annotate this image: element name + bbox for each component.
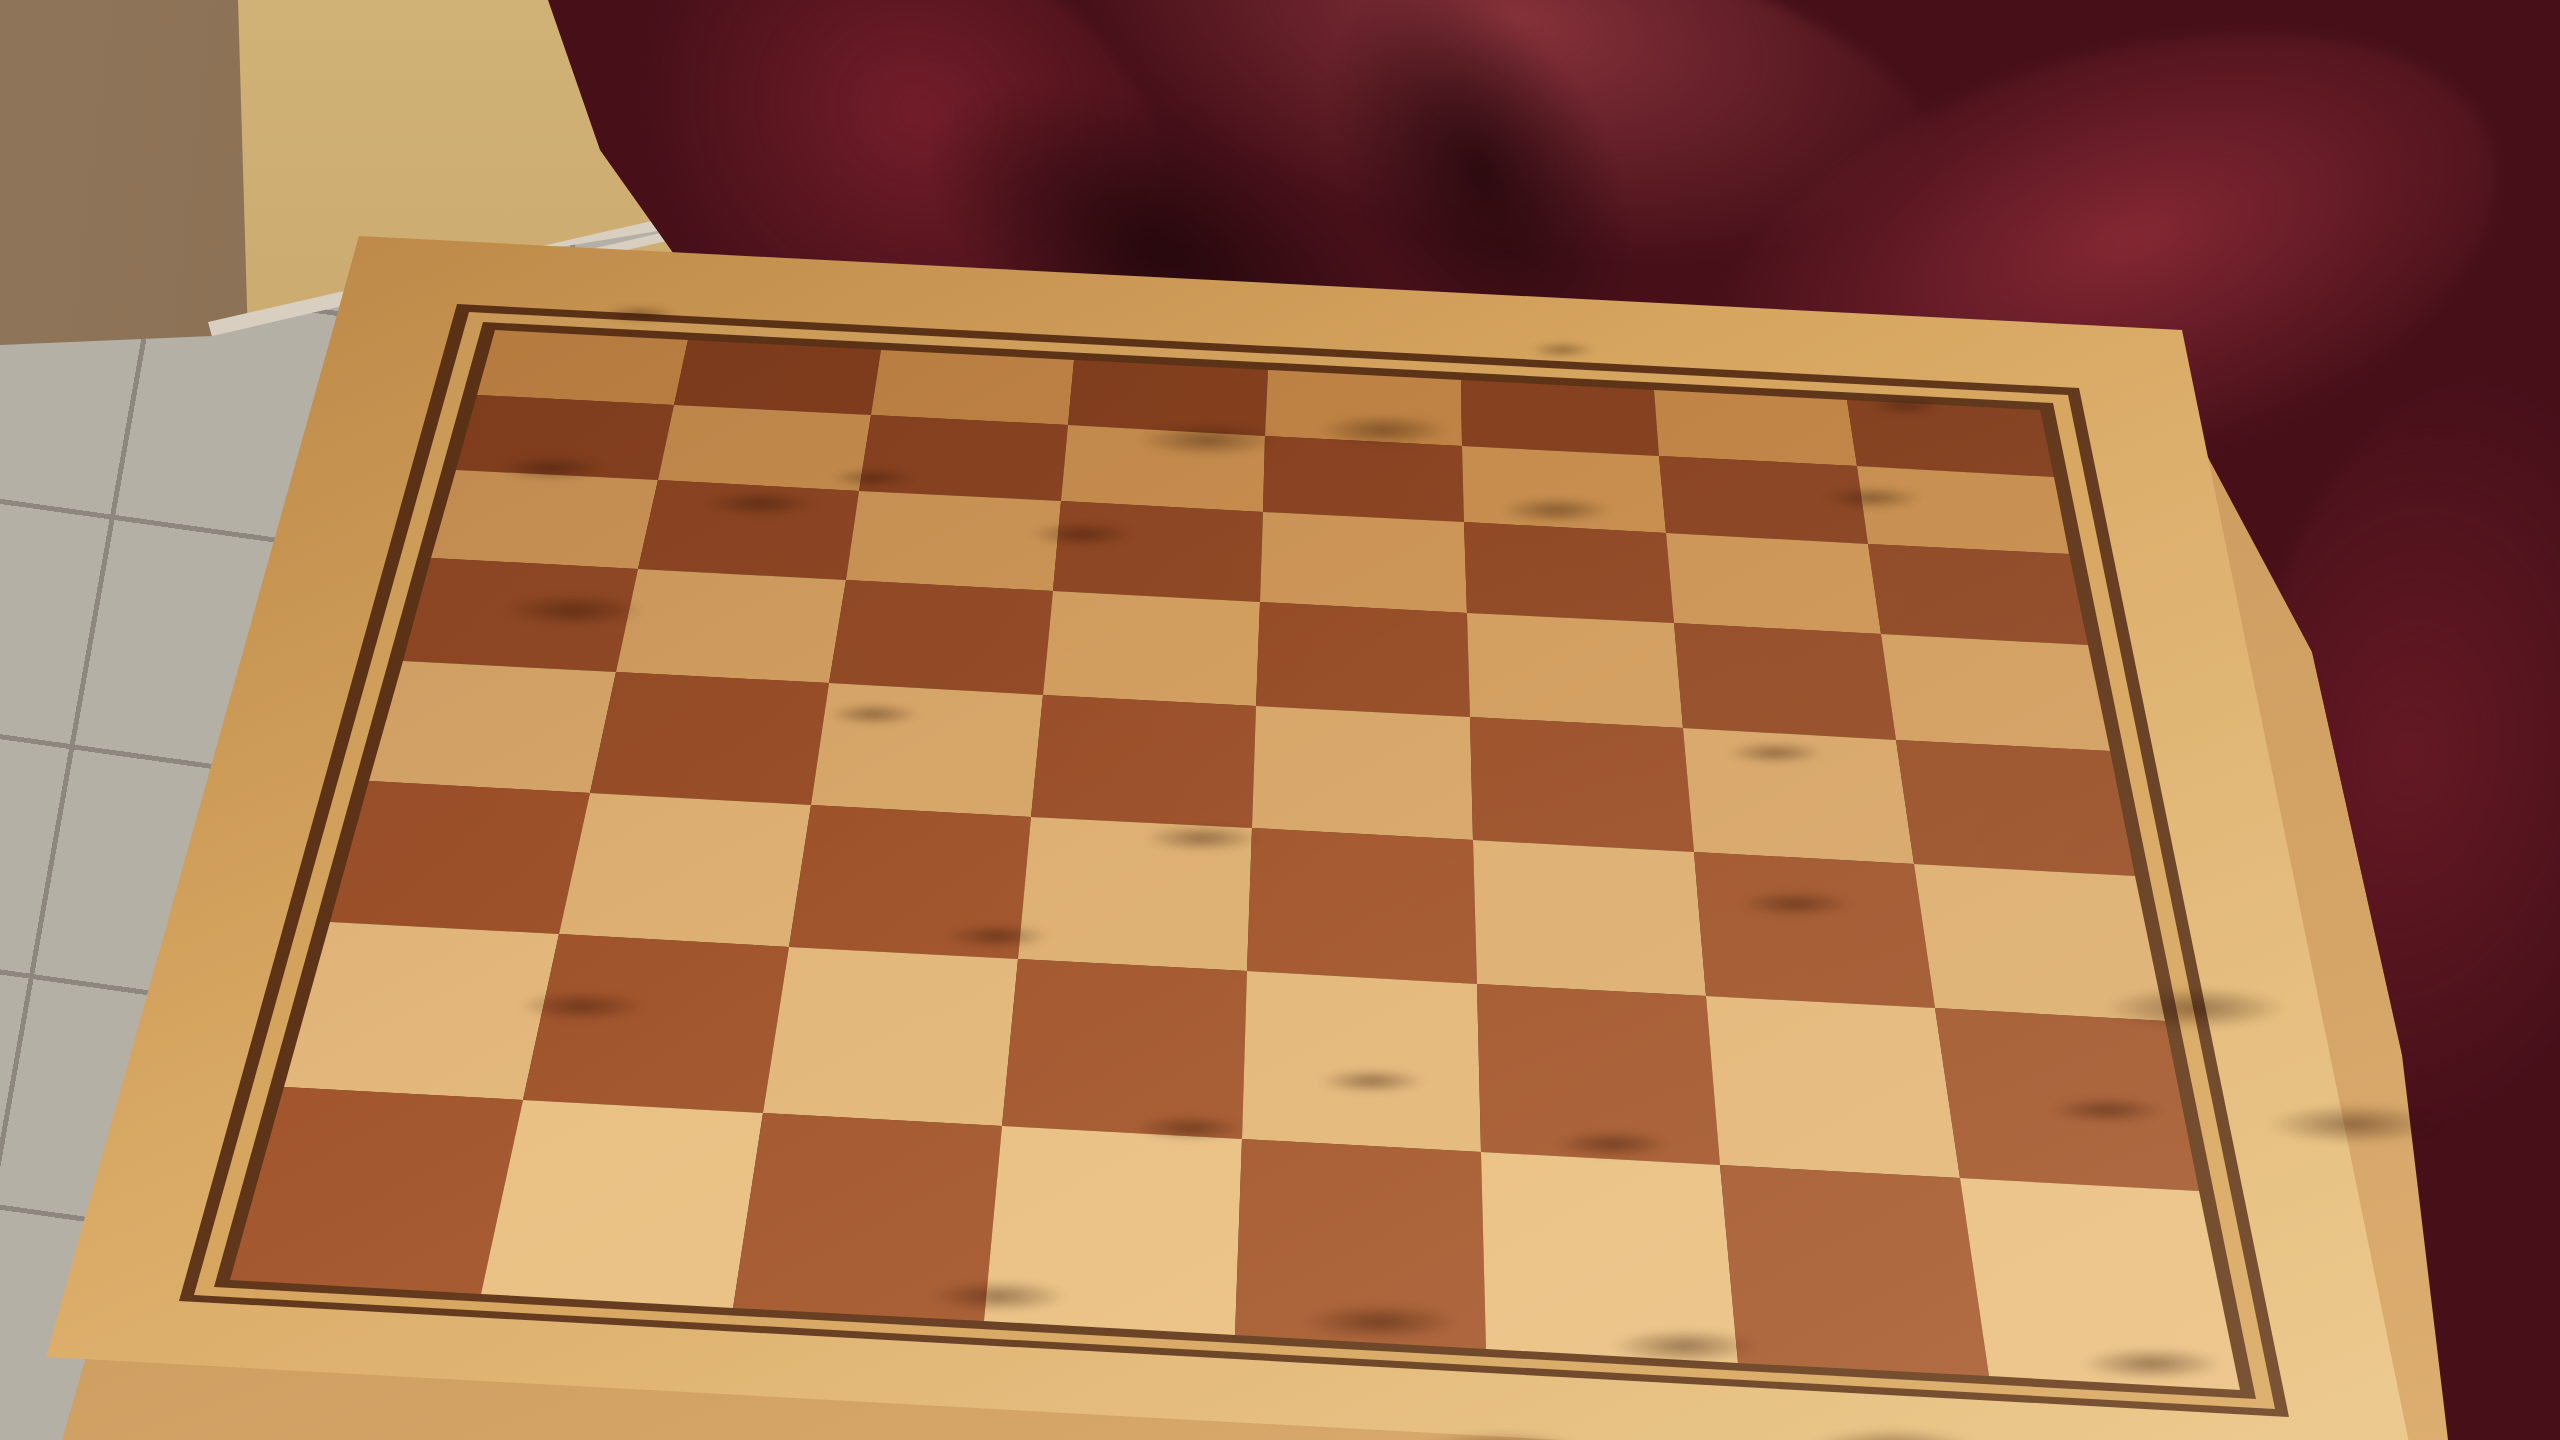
white-knight-captured-glyph: ♞ xyxy=(1420,0,1583,15)
chess-photo-scene: ♟♟♟♛♚♜♟♜♜♝♟♞♟♟♟♟♟♟♚♟♟♛♟♟♝♞♝♜♞♞ xyxy=(0,0,2560,1440)
white-knight-captured-glyph: ♞ xyxy=(1810,0,1973,12)
